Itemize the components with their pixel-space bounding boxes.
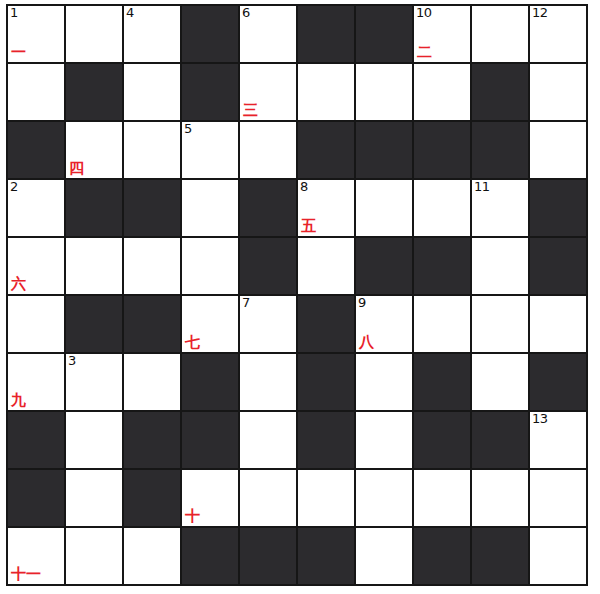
cell-r10c7[interactable]	[356, 528, 412, 584]
black-cell-r8c8	[414, 412, 470, 468]
cell-r1c8[interactable]: 10二	[414, 6, 470, 62]
cell-r9c4[interactable]: 十	[182, 470, 238, 526]
down-clue-number-3: 3	[68, 354, 76, 369]
down-clue-number-10: 10	[416, 6, 432, 21]
black-cell-r1c4	[182, 6, 238, 62]
across-clue-label-八: 八	[359, 335, 374, 350]
cell-r3c2[interactable]: 四	[66, 122, 122, 178]
down-clue-number-12: 12	[532, 6, 548, 21]
black-cell-r6c2	[66, 296, 122, 352]
black-cell-r7c4	[182, 354, 238, 410]
black-cell-r10c5	[240, 528, 296, 584]
cell-r8c10[interactable]: 13	[530, 412, 586, 468]
cell-r4c8[interactable]	[414, 180, 470, 236]
cell-r10c1[interactable]: 十一	[8, 528, 64, 584]
black-cell-r8c9	[472, 412, 528, 468]
black-cell-r2c4	[182, 64, 238, 120]
black-cell-r7c6	[298, 354, 354, 410]
cell-r3c3[interactable]	[124, 122, 180, 178]
cell-r7c3[interactable]	[124, 354, 180, 410]
cell-r7c2[interactable]: 3	[66, 354, 122, 410]
cell-r8c2[interactable]	[66, 412, 122, 468]
cell-r5c2[interactable]	[66, 238, 122, 294]
black-cell-r3c7	[356, 122, 412, 178]
across-clue-label-七: 七	[185, 335, 200, 350]
cell-r1c10[interactable]: 12	[530, 6, 586, 62]
cell-r6c10[interactable]	[530, 296, 586, 352]
black-cell-r10c4	[182, 528, 238, 584]
cell-r5c4[interactable]	[182, 238, 238, 294]
across-clue-label-二: 二	[417, 45, 432, 60]
black-cell-r2c2	[66, 64, 122, 120]
black-cell-r4c5	[240, 180, 296, 236]
cell-r10c10[interactable]	[530, 528, 586, 584]
cell-r6c4[interactable]: 七	[182, 296, 238, 352]
cell-r2c1[interactable]	[8, 64, 64, 120]
cell-r8c7[interactable]	[356, 412, 412, 468]
black-cell-r1c6	[298, 6, 354, 62]
cell-r9c6[interactable]	[298, 470, 354, 526]
cell-r3c4[interactable]: 5	[182, 122, 238, 178]
black-cell-r2c9	[472, 64, 528, 120]
black-cell-r5c7	[356, 238, 412, 294]
down-clue-number-13: 13	[532, 412, 548, 427]
cell-r2c5[interactable]: 三	[240, 64, 296, 120]
black-cell-r8c4	[182, 412, 238, 468]
cell-r3c5[interactable]	[240, 122, 296, 178]
cell-r5c9[interactable]	[472, 238, 528, 294]
black-cell-r10c8	[414, 528, 470, 584]
cell-r1c5[interactable]: 6	[240, 6, 296, 62]
across-clue-label-十一: 十一	[11, 567, 41, 582]
cell-r3c10[interactable]	[530, 122, 586, 178]
down-clue-number-5: 5	[184, 122, 192, 137]
black-cell-r3c8	[414, 122, 470, 178]
cell-r6c9[interactable]	[472, 296, 528, 352]
black-cell-r3c6	[298, 122, 354, 178]
cell-r9c7[interactable]	[356, 470, 412, 526]
across-clue-label-四: 四	[69, 161, 84, 176]
black-cell-r10c6	[298, 528, 354, 584]
cell-r9c9[interactable]	[472, 470, 528, 526]
down-clue-number-7: 7	[242, 296, 250, 311]
cell-r9c2[interactable]	[66, 470, 122, 526]
black-cell-r5c8	[414, 238, 470, 294]
down-clue-number-11: 11	[474, 180, 490, 195]
cell-r2c8[interactable]	[414, 64, 470, 120]
cell-r4c6[interactable]: 8五	[298, 180, 354, 236]
across-clue-label-十: 十	[185, 509, 200, 524]
cell-r7c5[interactable]	[240, 354, 296, 410]
cell-r4c9[interactable]: 11	[472, 180, 528, 236]
black-cell-r6c6	[298, 296, 354, 352]
black-cell-r8c1	[8, 412, 64, 468]
black-cell-r1c7	[356, 6, 412, 62]
cell-r4c4[interactable]	[182, 180, 238, 236]
across-clue-label-三: 三	[243, 103, 258, 118]
cell-r1c3[interactable]: 4	[124, 6, 180, 62]
cell-r9c5[interactable]	[240, 470, 296, 526]
black-cell-r4c10	[530, 180, 586, 236]
cell-r5c1[interactable]: 六	[8, 238, 64, 294]
down-clue-number-6: 6	[242, 6, 250, 21]
cell-r7c9[interactable]	[472, 354, 528, 410]
cell-r9c8[interactable]	[414, 470, 470, 526]
cell-r9c10[interactable]	[530, 470, 586, 526]
down-clue-number-4: 4	[126, 6, 134, 21]
cell-r2c7[interactable]	[356, 64, 412, 120]
black-cell-r5c5	[240, 238, 296, 294]
cell-r6c8[interactable]	[414, 296, 470, 352]
cell-r6c7[interactable]: 9八	[356, 296, 412, 352]
down-clue-number-1: 1	[10, 6, 18, 21]
cell-r2c6[interactable]	[298, 64, 354, 120]
cell-r7c7[interactable]	[356, 354, 412, 410]
cell-r6c5[interactable]: 7	[240, 296, 296, 352]
across-clue-label-六: 六	[11, 277, 26, 292]
cell-r5c6[interactable]	[298, 238, 354, 294]
across-clue-label-一: 一	[11, 45, 26, 60]
down-clue-number-2: 2	[10, 180, 18, 195]
black-cell-r6c3	[124, 296, 180, 352]
black-cell-r5c10	[530, 238, 586, 294]
across-clue-label-九: 九	[11, 393, 26, 408]
black-cell-r9c1	[8, 470, 64, 526]
cell-r1c9[interactable]	[472, 6, 528, 62]
black-cell-r8c6	[298, 412, 354, 468]
down-clue-number-8: 8	[300, 180, 308, 195]
black-cell-r9c3	[124, 470, 180, 526]
across-clue-label-五: 五	[301, 219, 316, 234]
cell-r7c1[interactable]: 九	[8, 354, 64, 410]
black-cell-r4c3	[124, 180, 180, 236]
black-cell-r3c9	[472, 122, 528, 178]
cell-r2c3[interactable]	[124, 64, 180, 120]
cell-r10c3[interactable]	[124, 528, 180, 584]
black-cell-r7c8	[414, 354, 470, 410]
cell-r4c1[interactable]: 2	[8, 180, 64, 236]
cell-r6c1[interactable]	[8, 296, 64, 352]
cell-r1c1[interactable]: 1一	[8, 6, 64, 62]
cell-r1c2[interactable]	[66, 6, 122, 62]
cell-r2c10[interactable]	[530, 64, 586, 120]
cell-r10c2[interactable]	[66, 528, 122, 584]
cell-r5c3[interactable]	[124, 238, 180, 294]
cell-r4c7[interactable]	[356, 180, 412, 236]
black-cell-r10c9	[472, 528, 528, 584]
black-cell-r4c2	[66, 180, 122, 236]
cell-r8c5[interactable]	[240, 412, 296, 468]
crossword-board: 1一4610二12三四528五11六七79八九313十十一	[6, 4, 588, 586]
black-cell-r8c3	[124, 412, 180, 468]
black-cell-r7c10	[530, 354, 586, 410]
down-clue-number-9: 9	[358, 296, 366, 311]
black-cell-r3c1	[8, 122, 64, 178]
